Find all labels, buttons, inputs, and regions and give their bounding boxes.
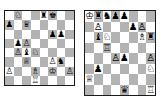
white-rook-icon: ♖ [103,43,112,53]
square-a8: ♔ [85,11,94,22]
square-e3 [40,57,49,66]
square-b7: ♙ [94,22,103,33]
square-h7 [65,20,74,29]
square-g7 [57,20,66,29]
square-b2 [14,67,23,76]
square-b7 [14,20,23,29]
square-f7: ♟ [129,22,138,33]
square-g8 [138,11,147,22]
square-f2 [129,74,138,85]
white-pawn-icon: ♙ [138,22,147,32]
white-queen-icon: ♕ [23,57,31,66]
square-a4 [5,48,14,57]
square-h6 [65,30,74,39]
square-e3 [120,64,129,75]
white-knight-icon: ♘ [31,48,39,57]
square-c4: ♝ [22,48,31,57]
square-c2 [103,74,112,85]
square-a5 [85,43,94,54]
square-e7 [40,20,49,29]
board-left: ♘♜♚♟♛♟♟♟♙♙♝♘♕♙♞♙♗♔♙♖ [4,10,75,86]
black-knight-icon: ♞ [103,11,112,21]
square-d2: ♗ [31,67,40,76]
black-queen-icon: ♛ [120,85,129,95]
square-d5 [111,43,120,54]
square-a8 [5,11,14,20]
square-h3 [65,57,74,66]
square-g3 [138,64,147,75]
square-e5 [120,43,129,54]
white-pawn-icon: ♙ [5,67,13,76]
square-f5 [129,43,138,54]
square-g6: ♟ [57,30,66,39]
square-f6: ♟ [48,30,57,39]
black-pawn-icon: ♟ [129,22,138,32]
square-c8 [22,11,31,20]
square-e8: ♟ [120,11,129,22]
square-a2: ♕ [85,74,94,85]
square-c5: ♙ [22,39,31,48]
square-e1 [40,76,49,85]
square-c1 [103,85,112,96]
square-a6 [5,30,14,39]
black-bishop-icon: ♝ [23,48,31,57]
square-g5 [57,39,66,48]
black-rook-icon: ♜ [94,11,103,21]
square-g7: ♙ [138,22,147,33]
square-c4 [103,53,112,64]
square-f4 [129,53,138,64]
square-g2 [138,74,147,85]
square-g1 [138,85,147,96]
square-d8: ♟ [111,11,120,22]
square-c7: ♛ [22,20,31,29]
square-h8 [146,11,155,22]
square-e4: ♟ [120,53,129,64]
square-c1 [22,76,31,85]
square-d5 [31,39,40,48]
square-g6: ♗ [138,32,147,43]
square-d6 [111,32,120,43]
square-a2: ♙ [5,67,14,76]
white-pawn-icon: ♙ [146,53,155,63]
white-rook-icon: ♖ [146,85,155,95]
square-b8: ♘ [14,11,23,20]
square-g2 [57,67,66,76]
white-king-icon: ♔ [85,11,94,21]
page: { "game": "chess", "diagram_count": 2, "… [0,0,160,106]
square-d3 [111,64,120,75]
square-b5 [94,43,103,54]
square-f5 [48,39,57,48]
square-h8 [65,11,74,20]
square-d1: ♖ [31,76,40,85]
square-d2 [111,74,120,85]
square-a7: ♟ [5,20,14,29]
square-f7 [48,20,57,29]
white-pawn-icon: ♙ [14,48,22,57]
square-e2 [120,74,129,85]
square-h4 [65,48,74,57]
square-e2 [40,67,49,76]
square-h6: ♜ [146,32,155,43]
black-pawn-icon: ♟ [120,53,129,63]
square-g1 [57,76,66,85]
white-knight-icon: ♘ [146,64,155,74]
square-b4 [94,53,103,64]
square-e6 [40,30,49,39]
square-a1 [85,85,94,96]
black-king-icon: ♚ [48,11,56,20]
square-h3: ♘ [146,64,155,75]
square-e4 [40,48,49,57]
square-h1: ♖ [146,85,155,96]
square-a4 [85,53,94,64]
square-h2 [146,74,155,85]
square-g4 [57,48,66,57]
white-pawn-icon: ♙ [94,22,103,32]
white-bishop-icon: ♗ [31,67,39,76]
square-b1 [94,85,103,96]
square-e8: ♜ [40,11,49,20]
square-h7 [146,22,155,33]
black-knight-icon: ♞ [57,57,65,66]
black-rook-icon: ♜ [146,32,155,42]
square-e7 [120,22,129,33]
square-a3 [85,64,94,75]
white-pawn-icon: ♙ [111,53,120,63]
square-c3: ♕ [22,57,31,66]
square-c6: ♘ [103,32,112,43]
square-b4: ♙ [14,48,23,57]
square-c5: ♖ [103,43,112,54]
square-d4: ♙ [111,53,120,64]
square-f6 [129,32,138,43]
square-h4: ♙ [146,53,155,64]
square-f8 [129,11,138,22]
square-c3 [103,64,112,75]
square-g4 [138,53,147,64]
square-b5: ♟ [14,39,23,48]
square-b6 [14,30,23,39]
black-queen-icon: ♛ [23,20,31,29]
square-b3 [14,57,23,66]
square-h2: ♙ [65,67,74,76]
square-d6 [31,30,40,39]
square-e5 [40,39,49,48]
square-c8: ♞ [103,11,112,22]
square-b6: ♝ [94,32,103,43]
square-f2: ♔ [48,67,57,76]
square-b3: ♟ [94,64,103,75]
square-a3 [5,57,14,66]
white-knight-icon: ♘ [14,11,22,20]
white-bishop-icon: ♗ [138,32,147,42]
square-g5 [138,43,147,54]
square-f1 [48,76,57,85]
square-a6 [85,32,94,43]
white-knight-icon: ♘ [103,32,112,42]
black-pawn-icon: ♟ [120,11,129,21]
white-pawn-icon: ♙ [23,39,31,48]
black-pawn-icon: ♟ [5,20,13,29]
square-b8: ♜ [94,11,103,22]
white-queen-icon: ♕ [85,74,94,84]
square-d7 [31,20,40,29]
black-rook-icon: ♜ [40,11,48,20]
square-a1 [5,76,14,85]
white-rook-icon: ♖ [31,76,39,85]
square-e1: ♛ [120,85,129,96]
square-d7 [111,22,120,33]
black-pawn-icon: ♟ [57,30,65,39]
white-king-icon: ♔ [48,67,56,76]
square-f4 [48,48,57,57]
black-pawn-icon: ♟ [94,64,103,74]
square-c2 [22,67,31,76]
square-e6 [120,32,129,43]
square-a5 [5,39,14,48]
square-f3 [129,64,138,75]
square-h5 [146,43,155,54]
square-h5 [65,39,74,48]
square-f1 [129,85,138,96]
square-h1 [65,76,74,85]
square-f3: ♙ [48,57,57,66]
square-c7 [103,22,112,33]
square-d8 [31,11,40,20]
square-d4: ♘ [31,48,40,57]
board-right: ♔♜♞♟♟♙♟♙♝♘♗♜♖♙♟♙♟♘♕♛♖ [84,10,156,96]
square-b1 [14,76,23,85]
white-pawn-icon: ♙ [48,57,56,66]
white-pawn-icon: ♙ [66,67,74,76]
black-pawn-icon: ♟ [14,39,22,48]
square-c6 [22,30,31,39]
square-a7 [85,22,94,33]
square-d3 [31,57,40,66]
black-bishop-icon: ♝ [94,32,103,42]
square-b2 [94,74,103,85]
square-g3: ♞ [57,57,66,66]
square-g8 [57,11,66,20]
square-d1 [111,85,120,96]
black-pawn-icon: ♟ [111,11,120,21]
black-pawn-icon: ♟ [48,30,56,39]
square-f8: ♚ [48,11,57,20]
